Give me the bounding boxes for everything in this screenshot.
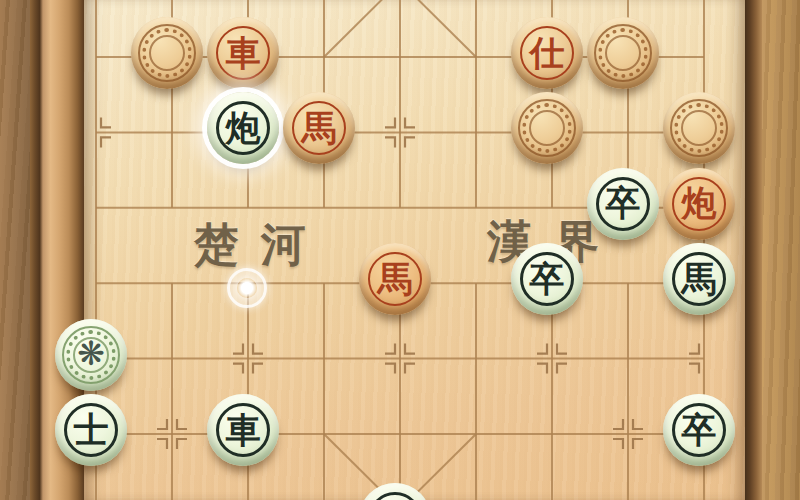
- piece-green-hidden[interactable]: ❋: [55, 319, 127, 391]
- piece-character: 車: [207, 394, 279, 466]
- piece-green-unknown-partial[interactable]: [359, 483, 431, 500]
- piece-character: 卒: [511, 243, 583, 315]
- piece-character: 卒: [587, 168, 659, 240]
- piece-green-horse[interactable]: 馬: [663, 243, 735, 315]
- piece-character: 馬: [359, 243, 431, 315]
- piece-red-horse[interactable]: 馬: [283, 92, 355, 164]
- piece-character: 炮: [663, 168, 735, 240]
- move-origin-dot: [227, 268, 267, 308]
- piece-red-hidden[interactable]: [131, 17, 203, 89]
- piece-green-advisor[interactable]: 士: [55, 394, 127, 466]
- table-surface-left: [0, 0, 30, 500]
- flower-emblem-icon: ❋: [55, 319, 127, 391]
- piece-green-cannon[interactable]: 炮: [207, 92, 279, 164]
- piece-character: 車: [207, 17, 279, 89]
- piece-red-advisor[interactable]: 仕: [511, 17, 583, 89]
- piece-character: 馬: [283, 92, 355, 164]
- piece-red-cannon[interactable]: 炮: [663, 168, 735, 240]
- piece-character: 仕: [511, 17, 583, 89]
- table-surface-right: [762, 0, 800, 500]
- piece-red-hidden[interactable]: [587, 17, 659, 89]
- piece-character: 炮: [207, 92, 279, 164]
- piece-character: 士: [55, 394, 127, 466]
- piece-red-horse[interactable]: 馬: [359, 243, 431, 315]
- back-ring-inner: [149, 35, 185, 71]
- piece-character: 馬: [663, 243, 735, 315]
- piece-red-hidden[interactable]: [663, 92, 735, 164]
- piece-red-chariot[interactable]: 車: [207, 17, 279, 89]
- river-label-chu-he: 楚河: [194, 222, 328, 267]
- xiangqi-game-screen: 楚河 漢界 車仕炮馬卒炮馬卒馬❋士車卒: [0, 0, 800, 500]
- board-frame-right: [745, 0, 762, 500]
- piece-green-soldier[interactable]: 卒: [511, 243, 583, 315]
- piece-green-chariot[interactable]: 車: [207, 394, 279, 466]
- back-ring-inner: [605, 35, 641, 71]
- piece-green-soldier[interactable]: 卒: [663, 394, 735, 466]
- piece-red-hidden[interactable]: [511, 92, 583, 164]
- piece-green-soldier[interactable]: 卒: [587, 168, 659, 240]
- piece-character: [359, 483, 431, 500]
- piece-character: 卒: [663, 394, 735, 466]
